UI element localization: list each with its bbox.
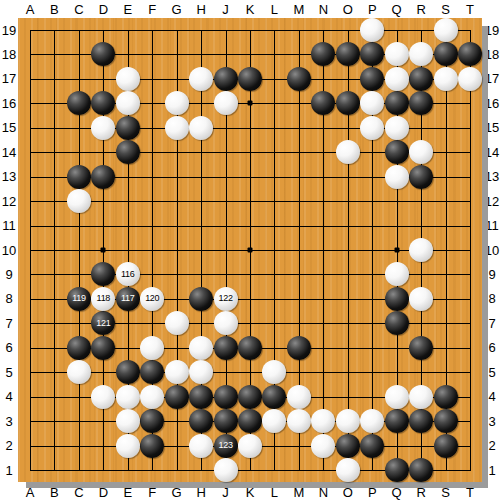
black-stone-K4[interactable]: [238, 385, 262, 409]
col-label-top-A: A: [19, 2, 41, 16]
move-number-123: 123: [218, 441, 232, 450]
row-label-left-15: 15: [0, 121, 20, 135]
black-stone-D9[interactable]: [91, 262, 115, 286]
row-label-right-8: 8: [481, 292, 500, 306]
white-stone-G16[interactable]: [165, 91, 189, 115]
col-label-bottom-S: S: [435, 485, 457, 499]
white-stone-Q18[interactable]: [385, 42, 409, 66]
black-stone-D6[interactable]: [91, 336, 115, 360]
white-stone-J7[interactable]: [214, 311, 238, 335]
row-label-left-11: 11: [0, 219, 20, 233]
black-stone-D13[interactable]: [91, 165, 115, 189]
white-stone-Q15[interactable]: [385, 116, 409, 140]
white-stone-J1[interactable]: [214, 458, 238, 482]
col-label-top-R: R: [410, 2, 432, 16]
black-stone-K3[interactable]: [238, 409, 262, 433]
white-stone-H15[interactable]: [189, 116, 213, 140]
black-stone-M6[interactable]: [287, 336, 311, 360]
col-label-bottom-R: R: [410, 485, 432, 499]
white-stone-E17[interactable]: [116, 67, 140, 91]
move-number-121: 121: [96, 319, 110, 328]
black-stone-R6[interactable]: [409, 336, 433, 360]
black-stone-S18[interactable]: [434, 42, 458, 66]
white-stone-C5[interactable]: [67, 360, 91, 384]
row-label-left-17: 17: [0, 72, 20, 86]
black-stone-L4[interactable]: [262, 385, 286, 409]
col-label-top-K: K: [239, 2, 261, 16]
row-label-left-1: 1: [0, 463, 20, 477]
black-stone-J3[interactable]: [214, 409, 238, 433]
white-stone-E4[interactable]: [116, 385, 140, 409]
row-label-right-1: 1: [481, 463, 500, 477]
white-stone-E3[interactable]: [116, 409, 140, 433]
col-label-top-J: J: [215, 2, 237, 16]
row-label-right-18: 18: [481, 47, 500, 61]
white-stone-D8[interactable]: 118: [91, 287, 115, 311]
black-stone-N16[interactable]: [311, 91, 335, 115]
black-stone-C16[interactable]: [67, 91, 91, 115]
white-stone-P19[interactable]: [360, 18, 384, 42]
black-stone-E14[interactable]: [116, 140, 140, 164]
black-stone-S4[interactable]: [434, 385, 458, 409]
white-stone-G15[interactable]: [165, 116, 189, 140]
star-point-K10: [248, 248, 253, 253]
move-number-122: 122: [218, 294, 232, 303]
row-label-right-10: 10: [481, 243, 500, 257]
white-stone-D15[interactable]: [91, 116, 115, 140]
move-number-119: 119: [72, 294, 85, 303]
white-stone-R10[interactable]: [409, 238, 433, 262]
black-stone-C13[interactable]: [67, 165, 91, 189]
white-stone-L5[interactable]: [262, 360, 286, 384]
col-label-top-B: B: [43, 2, 65, 16]
col-label-bottom-H: H: [190, 485, 212, 499]
star-point-D10: [101, 248, 106, 253]
black-stone-P17[interactable]: [360, 67, 384, 91]
white-stone-L3[interactable]: [262, 409, 286, 433]
white-stone-H2[interactable]: [189, 434, 213, 458]
col-label-top-P: P: [361, 2, 383, 16]
black-stone-F5[interactable]: [140, 360, 164, 384]
black-stone-P2[interactable]: [360, 434, 384, 458]
row-label-left-12: 12: [0, 194, 20, 208]
go-board[interactable]: 119117121123116118120122: [18, 18, 482, 482]
black-stone-O2[interactable]: [336, 434, 360, 458]
move-number-116: 116: [121, 270, 134, 279]
white-stone-T17[interactable]: [458, 67, 482, 91]
row-label-right-13: 13: [481, 170, 500, 184]
star-point-Q10: [394, 248, 399, 253]
white-stone-Q13[interactable]: [385, 165, 409, 189]
white-stone-H6[interactable]: [189, 336, 213, 360]
row-label-left-14: 14: [0, 145, 20, 159]
row-label-left-19: 19: [0, 23, 20, 37]
col-label-top-L: L: [263, 2, 285, 16]
black-stone-R1[interactable]: [409, 458, 433, 482]
row-label-left-2: 2: [0, 439, 20, 453]
black-stone-Q16[interactable]: [385, 91, 409, 115]
black-stone-Q8[interactable]: [385, 287, 409, 311]
white-stone-E2[interactable]: [116, 434, 140, 458]
row-label-right-16: 16: [481, 96, 500, 110]
row-label-left-6: 6: [0, 341, 20, 355]
white-stone-P16[interactable]: [360, 91, 384, 115]
white-stone-R8[interactable]: [409, 287, 433, 311]
black-stone-E15[interactable]: [116, 116, 140, 140]
white-stone-F8[interactable]: 120: [140, 287, 164, 311]
black-stone-E5[interactable]: [116, 360, 140, 384]
black-stone-O16[interactable]: [336, 91, 360, 115]
white-stone-G5[interactable]: [165, 360, 189, 384]
black-stone-S3[interactable]: [434, 409, 458, 433]
white-stone-J16[interactable]: [214, 91, 238, 115]
col-label-bottom-M: M: [288, 485, 310, 499]
col-label-bottom-B: B: [43, 485, 65, 499]
white-stone-S17[interactable]: [434, 67, 458, 91]
black-stone-T18[interactable]: [458, 42, 482, 66]
black-stone-N18[interactable]: [311, 42, 335, 66]
black-stone-J17[interactable]: [214, 67, 238, 91]
white-stone-R14[interactable]: [409, 140, 433, 164]
black-stone-P18[interactable]: [360, 42, 384, 66]
col-label-bottom-A: A: [19, 485, 41, 499]
row-label-right-11: 11: [481, 219, 500, 233]
white-stone-N3[interactable]: [311, 409, 335, 433]
row-label-right-9: 9: [481, 267, 500, 281]
col-label-bottom-L: L: [263, 485, 285, 499]
white-stone-F4[interactable]: [140, 385, 164, 409]
col-label-top-M: M: [288, 2, 310, 16]
go-diagram: ABCDEFGHJKLMNOPQRST ABCDEFGHJKLMNOPQRST …: [0, 0, 500, 500]
row-label-right-4: 4: [481, 390, 500, 404]
col-label-top-G: G: [166, 2, 188, 16]
white-stone-F6[interactable]: [140, 336, 164, 360]
white-stone-R4[interactable]: [409, 385, 433, 409]
row-label-right-3: 3: [481, 414, 500, 428]
row-label-right-12: 12: [481, 194, 500, 208]
black-stone-G4[interactable]: [165, 385, 189, 409]
black-stone-D7[interactable]: 121: [91, 311, 115, 335]
col-label-bottom-F: F: [141, 485, 163, 499]
row-label-left-5: 5: [0, 365, 20, 379]
white-stone-E9[interactable]: 116: [116, 262, 140, 286]
col-label-bottom-K: K: [239, 485, 261, 499]
col-label-top-E: E: [117, 2, 139, 16]
black-stone-D18[interactable]: [91, 42, 115, 66]
row-label-left-16: 16: [0, 96, 20, 110]
white-stone-Q4[interactable]: [385, 385, 409, 409]
white-stone-D4[interactable]: [91, 385, 115, 409]
white-stone-O14[interactable]: [336, 140, 360, 164]
white-stone-P15[interactable]: [360, 116, 384, 140]
black-stone-E8[interactable]: 117: [116, 287, 140, 311]
black-stone-K17[interactable]: [238, 67, 262, 91]
black-stone-O18[interactable]: [336, 42, 360, 66]
row-label-left-3: 3: [0, 414, 20, 428]
row-label-right-7: 7: [481, 316, 500, 330]
black-stone-F3[interactable]: [140, 409, 164, 433]
white-stone-Q17[interactable]: [385, 67, 409, 91]
black-stone-R13[interactable]: [409, 165, 433, 189]
black-stone-Q7[interactable]: [385, 311, 409, 335]
col-label-top-N: N: [312, 2, 334, 16]
row-label-left-4: 4: [0, 390, 20, 404]
black-stone-C8[interactable]: 119: [67, 287, 91, 311]
black-stone-R16[interactable]: [409, 91, 433, 115]
star-point-K16: [248, 101, 253, 106]
col-label-top-O: O: [337, 2, 359, 16]
col-label-bottom-D: D: [92, 485, 114, 499]
black-stone-S2[interactable]: [434, 434, 458, 458]
row-label-right-15: 15: [481, 121, 500, 135]
move-number-120: 120: [145, 294, 159, 303]
col-label-bottom-E: E: [117, 485, 139, 499]
row-label-left-8: 8: [0, 292, 20, 306]
white-stone-J8[interactable]: 122: [214, 287, 238, 311]
black-stone-H3[interactable]: [189, 409, 213, 433]
white-stone-M4[interactable]: [287, 385, 311, 409]
row-label-right-6: 6: [481, 341, 500, 355]
white-stone-P3[interactable]: [360, 409, 384, 433]
white-stone-H17[interactable]: [189, 67, 213, 91]
col-label-top-F: F: [141, 2, 163, 16]
black-stone-D16[interactable]: [91, 91, 115, 115]
col-label-top-T: T: [459, 2, 481, 16]
move-number-117: 117: [121, 294, 134, 303]
col-label-bottom-C: C: [68, 485, 90, 499]
row-label-left-18: 18: [0, 47, 20, 61]
black-stone-H8[interactable]: [189, 287, 213, 311]
row-label-right-5: 5: [481, 365, 500, 379]
white-stone-N2[interactable]: [311, 434, 335, 458]
black-stone-J4[interactable]: [214, 385, 238, 409]
white-stone-G7[interactable]: [165, 311, 189, 335]
col-label-top-C: C: [68, 2, 90, 16]
black-stone-Q14[interactable]: [385, 140, 409, 164]
col-label-bottom-Q: Q: [386, 485, 408, 499]
white-stone-O3[interactable]: [336, 409, 360, 433]
white-stone-M3[interactable]: [287, 409, 311, 433]
row-label-right-14: 14: [481, 145, 500, 159]
white-stone-K2[interactable]: [238, 434, 262, 458]
row-label-right-17: 17: [481, 72, 500, 86]
row-label-right-19: 19: [481, 23, 500, 37]
col-label-bottom-O: O: [337, 485, 359, 499]
white-stone-Q9[interactable]: [385, 262, 409, 286]
col-label-bottom-N: N: [312, 485, 334, 499]
col-label-bottom-G: G: [166, 485, 188, 499]
col-label-top-D: D: [92, 2, 114, 16]
black-stone-Q3[interactable]: [385, 409, 409, 433]
col-label-bottom-P: P: [361, 485, 383, 499]
move-number-118: 118: [97, 294, 110, 303]
white-stone-C12[interactable]: [67, 189, 91, 213]
row-label-left-9: 9: [0, 267, 20, 281]
black-stone-R17[interactable]: [409, 67, 433, 91]
col-label-top-H: H: [190, 2, 212, 16]
black-stone-H4[interactable]: [189, 385, 213, 409]
col-label-bottom-T: T: [459, 485, 481, 499]
white-stone-E16[interactable]: [116, 91, 140, 115]
row-label-left-13: 13: [0, 170, 20, 184]
row-label-left-10: 10: [0, 243, 20, 257]
row-label-left-7: 7: [0, 316, 20, 330]
col-label-top-S: S: [435, 2, 457, 16]
white-stone-R18[interactable]: [409, 42, 433, 66]
white-stone-O1[interactable]: [336, 458, 360, 482]
white-stone-S19[interactable]: [434, 18, 458, 42]
black-stone-C6[interactable]: [67, 336, 91, 360]
black-stone-R3[interactable]: [409, 409, 433, 433]
black-stone-K6[interactable]: [238, 336, 262, 360]
col-label-top-Q: Q: [386, 2, 408, 16]
row-label-right-2: 2: [481, 439, 500, 453]
black-stone-M17[interactable]: [287, 67, 311, 91]
black-stone-J6[interactable]: [214, 336, 238, 360]
black-stone-J2[interactable]: 123: [214, 434, 238, 458]
col-label-bottom-J: J: [215, 485, 237, 499]
white-stone-H5[interactable]: [189, 360, 213, 384]
black-stone-Q1[interactable]: [385, 458, 409, 482]
black-stone-F2[interactable]: [140, 434, 164, 458]
